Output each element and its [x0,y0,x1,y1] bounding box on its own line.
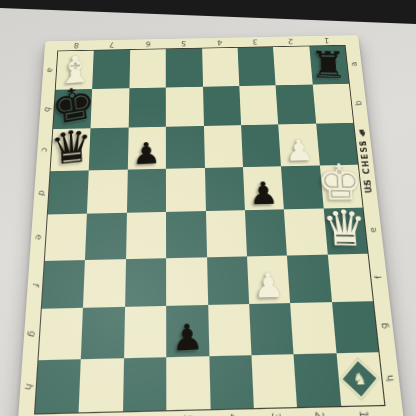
knight-diamond-logo: ♞ [340,358,380,400]
square-d8[interactable] [48,170,89,215]
square-g5[interactable]: ♟ [166,305,209,357]
square-b3[interactable] [239,85,278,125]
photo-scene: 87654321 87654321 abcdefgh abcdefgh ♞ US… [0,0,416,416]
white-queen-e1[interactable]: ♛ [321,203,369,252]
square-c5[interactable] [166,126,204,168]
square-g4[interactable] [208,304,252,356]
white-pawn-f3[interactable]: ♟ [252,268,285,303]
square-g2[interactable] [290,302,336,354]
square-c6[interactable]: ♟ [128,127,166,169]
black-pawn-c6[interactable]: ♟ [132,137,161,168]
square-a5[interactable] [166,49,203,88]
white-pawn-c2[interactable]: ♟ [284,135,315,165]
square-g6[interactable] [124,306,167,358]
square-h1[interactable]: ♞ [336,352,384,406]
square-c4[interactable] [203,125,242,167]
square-b6[interactable] [128,87,166,127]
square-e8[interactable] [45,214,87,261]
square-b5[interactable] [166,86,204,126]
square-h2[interactable] [294,353,341,407]
square-f8[interactable] [42,260,86,309]
square-f4[interactable] [207,256,249,305]
square-a1[interactable]: ♜ [309,46,349,84]
square-d3[interactable]: ♟ [243,166,284,210]
square-e3[interactable] [245,209,287,256]
square-f7[interactable] [83,259,125,308]
knight-logo-icon: ♞ [357,128,368,138]
square-f2[interactable] [287,254,331,303]
black-pawn-g5[interactable]: ♟ [171,318,204,356]
black-pawn-d3[interactable]: ♟ [248,177,279,209]
square-c8[interactable]: ♛ [51,128,91,170]
square-d4[interactable] [204,167,244,211]
square-f5[interactable] [166,257,207,306]
square-b2[interactable] [276,84,316,124]
square-g1[interactable] [332,301,379,352]
square-g7[interactable] [81,307,125,359]
square-e6[interactable] [126,212,166,259]
square-h8[interactable] [35,359,81,414]
black-rook-a1[interactable]: ♜ [310,46,349,83]
square-e5[interactable] [166,211,206,258]
square-h3[interactable] [251,354,297,408]
chess-board: ♝♜♚♛♟♟♟♚♛♟♟♞ [35,46,384,414]
square-c2[interactable]: ♟ [278,124,319,166]
square-c7[interactable] [89,128,128,170]
square-f6[interactable] [125,258,166,307]
square-h5[interactable] [166,356,210,411]
square-d7[interactable] [87,169,127,214]
square-a4[interactable] [202,48,240,87]
square-f3[interactable]: ♟ [247,255,290,304]
square-f1[interactable] [327,253,372,302]
square-a2[interactable] [273,46,312,84]
square-e1[interactable]: ♛ [323,208,367,254]
square-h4[interactable] [209,355,254,409]
square-h7[interactable] [79,358,124,413]
square-g8[interactable] [39,308,84,360]
black-queen-c8[interactable]: ♛ [49,123,94,172]
logo-knight-glyph: ♞ [352,370,367,386]
square-a7[interactable] [93,50,130,89]
vinyl-chess-mat: 87654321 87654321 abcdefgh abcdefgh ♞ US… [17,35,404,416]
square-d5[interactable] [166,167,205,211]
square-b4[interactable] [203,86,241,126]
square-d6[interactable] [127,168,166,212]
square-e7[interactable] [85,213,126,260]
square-b1[interactable] [312,83,353,123]
square-a3[interactable] [237,47,275,86]
square-c3[interactable] [241,124,281,166]
square-e4[interactable] [205,210,246,257]
square-g3[interactable] [249,303,294,355]
square-a6[interactable] [129,49,166,88]
square-h6[interactable] [123,357,167,412]
